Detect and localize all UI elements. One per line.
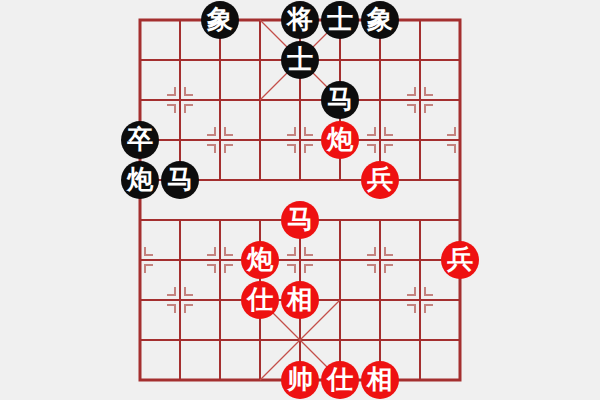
app-window: 象将士象士马卒炮炮马兵马炮兵仕相帅仕相 [0, 0, 600, 400]
piece-black-elephant[interactable]: 象 [361, 1, 399, 39]
piece-black-cannon[interactable]: 炮 [121, 161, 159, 199]
piece-red-cannon[interactable]: 炮 [321, 121, 359, 159]
piece-black-horse[interactable]: 马 [321, 81, 359, 119]
piece-glyph: 马 [327, 86, 353, 112]
piece-red-pawn[interactable]: 兵 [441, 241, 479, 279]
piece-glyph: 马 [167, 166, 193, 192]
piece-red-horse[interactable]: 马 [281, 201, 319, 239]
piece-red-elephant[interactable]: 相 [361, 361, 399, 399]
xiangqi-board[interactable]: 象将士象士马卒炮炮马兵马炮兵仕相帅仕相 [120, 0, 480, 400]
piece-glyph: 相 [287, 286, 313, 312]
piece-red-elephant[interactable]: 相 [281, 281, 319, 319]
piece-glyph: 兵 [447, 246, 473, 272]
piece-glyph: 卒 [127, 126, 153, 152]
piece-glyph: 炮 [327, 126, 353, 152]
piece-black-advisor[interactable]: 士 [281, 41, 319, 79]
piece-glyph: 象 [207, 6, 233, 32]
piece-glyph: 将 [287, 6, 313, 32]
piece-glyph: 马 [287, 206, 313, 232]
piece-red-advisor[interactable]: 仕 [321, 361, 359, 399]
piece-glyph: 炮 [127, 166, 153, 192]
piece-black-horse[interactable]: 马 [161, 161, 199, 199]
piece-red-general[interactable]: 帅 [281, 361, 319, 399]
piece-black-general[interactable]: 将 [281, 1, 319, 39]
piece-glyph: 相 [367, 366, 393, 392]
piece-red-advisor[interactable]: 仕 [241, 281, 279, 319]
piece-glyph: 仕 [327, 366, 353, 392]
piece-glyph: 象 [367, 6, 393, 32]
piece-glyph: 兵 [367, 166, 393, 192]
piece-red-pawn[interactable]: 兵 [361, 161, 399, 199]
piece-glyph: 帅 [287, 366, 313, 392]
piece-glyph: 士 [327, 6, 353, 32]
piece-red-cannon[interactable]: 炮 [241, 241, 279, 279]
piece-glyph: 炮 [247, 246, 273, 272]
piece-glyph: 士 [287, 46, 313, 72]
piece-glyph: 仕 [247, 286, 273, 312]
piece-black-elephant[interactable]: 象 [201, 1, 239, 39]
piece-black-advisor[interactable]: 士 [321, 1, 359, 39]
piece-black-pawn[interactable]: 卒 [121, 121, 159, 159]
